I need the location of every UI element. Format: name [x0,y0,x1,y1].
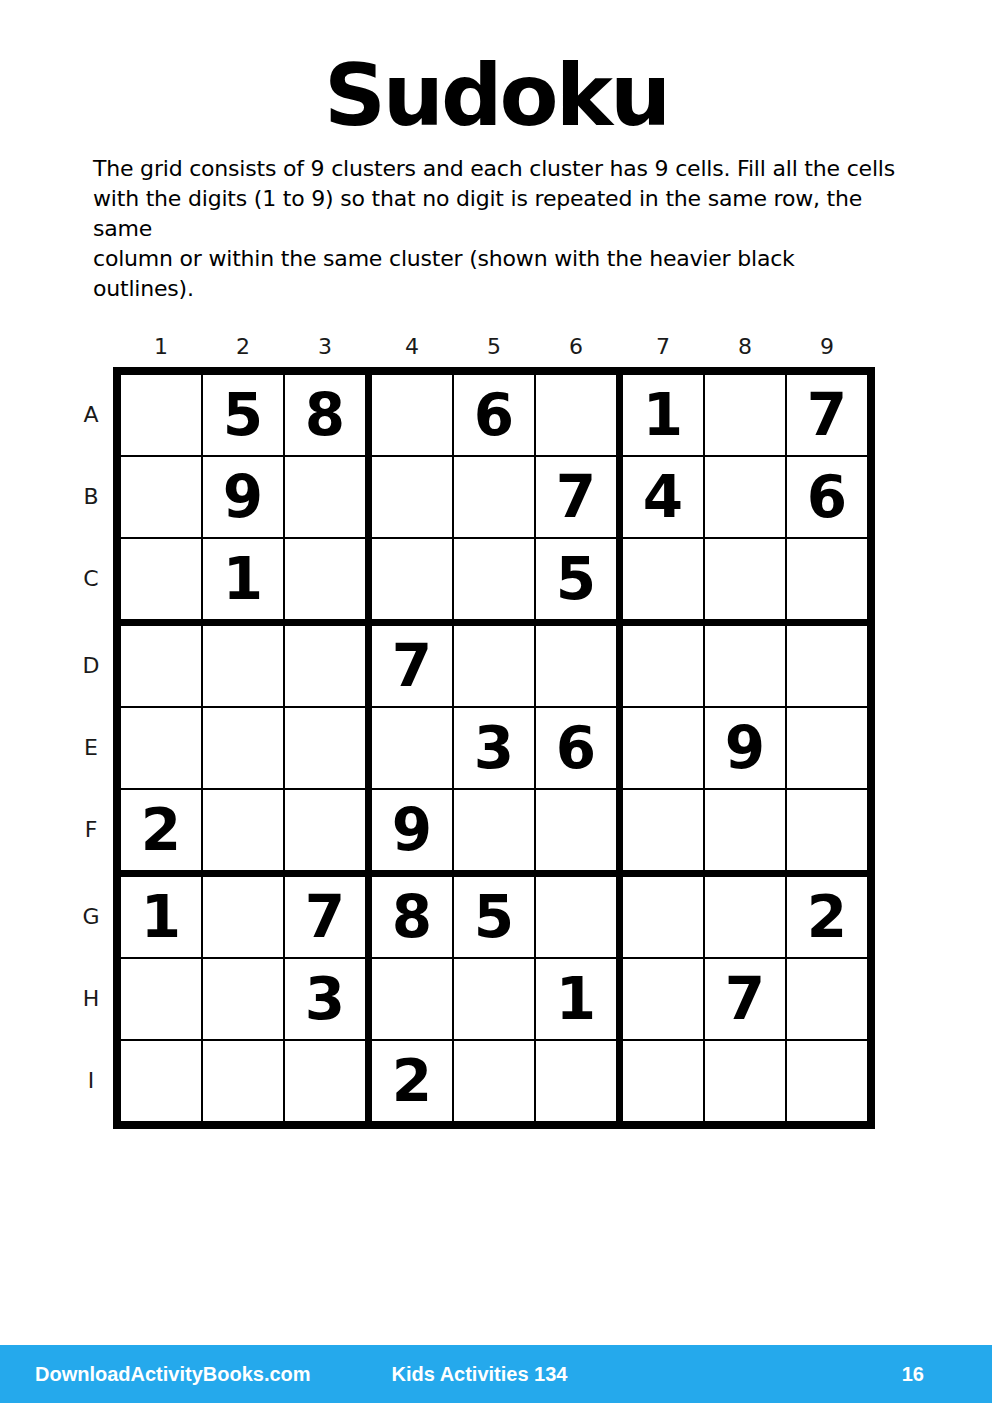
cell-I2[interactable] [203,1041,283,1121]
cell-F1: 2 [121,790,201,870]
cell-A4[interactable] [372,375,452,455]
box-2-1: 8512 [372,877,616,1121]
page-title: Sudoku [0,50,992,140]
cell-F4: 9 [372,790,452,870]
row-label-H: H [69,959,113,1039]
cell-D9[interactable] [787,626,867,706]
cell-B5[interactable] [454,457,534,537]
cell-G5: 5 [454,877,534,957]
cell-H8: 7 [705,959,785,1039]
box-1-0: 2 [121,626,365,870]
cell-E7[interactable] [623,708,703,788]
cell-E2[interactable] [203,708,283,788]
cell-F6[interactable] [536,790,616,870]
cell-E9[interactable] [787,708,867,788]
cell-I3[interactable] [285,1041,365,1121]
cell-G9: 2 [787,877,867,957]
cell-G3: 7 [285,877,365,957]
cell-H1[interactable] [121,959,201,1039]
col-label-5: 5 [454,334,534,359]
cell-H6: 1 [536,959,616,1039]
cell-A2: 5 [203,375,283,455]
cell-A6[interactable] [536,375,616,455]
cell-D3[interactable] [285,626,365,706]
col-label-2: 2 [203,334,283,359]
col-label-7: 7 [623,334,703,359]
footer-bar: DownloadActivityBooks.com Kids Activitie… [0,1345,992,1403]
row-labels: ABCDEFGHI [69,367,113,1129]
cell-B6: 7 [536,457,616,537]
cell-D6[interactable] [536,626,616,706]
row-label-C: C [69,539,113,619]
box-0-2: 1746 [623,375,867,619]
cell-C1[interactable] [121,539,201,619]
row-label-A: A [69,375,113,455]
cell-F3[interactable] [285,790,365,870]
cell-A5: 6 [454,375,534,455]
col-label-9: 9 [787,334,867,359]
cell-G4: 8 [372,877,452,957]
cell-I1[interactable] [121,1041,201,1121]
cell-H7[interactable] [623,959,703,1039]
cell-F5[interactable] [454,790,534,870]
cell-G1: 1 [121,877,201,957]
cell-H5[interactable] [454,959,534,1039]
box-2-2: 27 [623,877,867,1121]
box-2-0: 173 [121,877,365,1121]
cell-B7: 4 [623,457,703,537]
col-label-8: 8 [705,334,785,359]
cell-D2[interactable] [203,626,283,706]
box-0-0: 5891 [121,375,365,619]
cell-G7[interactable] [623,877,703,957]
cell-I9[interactable] [787,1041,867,1121]
cell-C4[interactable] [372,539,452,619]
cell-I4: 2 [372,1041,452,1121]
cell-D5[interactable] [454,626,534,706]
column-labels: 123456789 [113,334,875,359]
cell-E1[interactable] [121,708,201,788]
cell-I5[interactable] [454,1041,534,1121]
sudoku-board: 58916751746273699173851227 [113,367,875,1129]
row-label-F: F [69,790,113,870]
cell-E5: 3 [454,708,534,788]
cell-B8[interactable] [705,457,785,537]
cell-G2[interactable] [203,877,283,957]
cell-C8[interactable] [705,539,785,619]
cell-D8[interactable] [705,626,785,706]
cell-E6: 6 [536,708,616,788]
cell-A3: 8 [285,375,365,455]
cell-G8[interactable] [705,877,785,957]
cell-I6[interactable] [536,1041,616,1121]
box-1-2: 9 [623,626,867,870]
cell-F9[interactable] [787,790,867,870]
col-label-4: 4 [372,334,452,359]
cell-C5[interactable] [454,539,534,619]
col-label-6: 6 [536,334,616,359]
cell-C3[interactable] [285,539,365,619]
cell-A8[interactable] [705,375,785,455]
cell-E3[interactable] [285,708,365,788]
cell-C2: 1 [203,539,283,619]
box-1-1: 7369 [372,626,616,870]
row-label-B: B [69,457,113,537]
row-label-D: D [69,626,113,706]
row-label-G: G [69,877,113,957]
cell-D1[interactable] [121,626,201,706]
footer-site-link[interactable]: DownloadActivityBooks.com [0,1363,331,1386]
instructions-text: The grid consists of 9 clusters and each… [93,154,899,304]
col-label-3: 3 [285,334,365,359]
cell-E4[interactable] [372,708,452,788]
box-0-1: 675 [372,375,616,619]
cell-B9: 6 [787,457,867,537]
cell-B4[interactable] [372,457,452,537]
cell-H9[interactable] [787,959,867,1039]
cell-C9[interactable] [787,539,867,619]
row-label-I: I [69,1041,113,1121]
cell-F7[interactable] [623,790,703,870]
cell-C6: 5 [536,539,616,619]
cell-B2: 9 [203,457,283,537]
cell-A7: 1 [623,375,703,455]
cell-B1[interactable] [121,457,201,537]
grid-area: 123456789 ABCDEFGHI 58916751746273699173… [69,334,875,1129]
cell-I7[interactable] [623,1041,703,1121]
cell-G6[interactable] [536,877,616,957]
cell-H2[interactable] [203,959,283,1039]
cell-D4: 7 [372,626,452,706]
cell-D7[interactable] [623,626,703,706]
cell-E8: 9 [705,708,785,788]
cell-A9: 7 [787,375,867,455]
cell-F2[interactable] [203,790,283,870]
cell-B3[interactable] [285,457,365,537]
cell-H4[interactable] [372,959,452,1039]
cell-C7[interactable] [623,539,703,619]
cell-F8[interactable] [705,790,785,870]
cell-I8[interactable] [705,1041,785,1121]
cell-H3: 3 [285,959,365,1039]
cell-A1[interactable] [121,375,201,455]
footer-page-number: 16 [628,1363,992,1386]
footer-book-title: Kids Activities 134 [331,1363,627,1386]
col-label-1: 1 [121,334,201,359]
row-label-E: E [69,708,113,788]
